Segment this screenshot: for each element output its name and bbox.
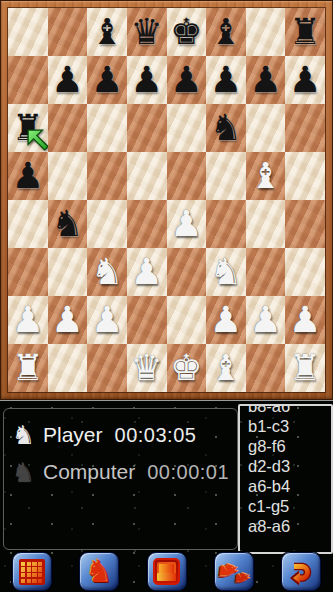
square-f4[interactable] xyxy=(206,200,246,248)
undo-arrow-icon xyxy=(287,558,315,586)
piece-black-pawn: ♟ xyxy=(289,62,321,98)
piece-white-bishop: ♝ xyxy=(249,158,281,194)
square-e2[interactable] xyxy=(167,296,207,344)
piece-white-rook: ♜ xyxy=(12,350,44,386)
square-a7[interactable] xyxy=(8,56,48,104)
last-move-arrow-icon xyxy=(27,129,49,151)
clocks-box: ♞ Player 00:03:05 ♞ Computer 00:00:01 xyxy=(3,408,238,550)
piece-black-queen: ♛ xyxy=(131,14,163,50)
move-entry: a6-b4 xyxy=(248,476,331,496)
square-d3[interactable]: ♟ xyxy=(127,248,167,296)
square-a3[interactable] xyxy=(8,248,48,296)
square-a5[interactable]: ♟ xyxy=(8,152,48,200)
square-a4[interactable] xyxy=(8,200,48,248)
player-time: 00:03:05 xyxy=(115,424,197,447)
piece-black-knight: ♞ xyxy=(51,206,83,242)
square-c4[interactable] xyxy=(87,200,127,248)
square-b4[interactable]: ♞ xyxy=(48,200,88,248)
square-a1[interactable]: ♜ xyxy=(8,344,48,392)
square-g3[interactable] xyxy=(246,248,286,296)
square-h6[interactable] xyxy=(285,104,325,152)
computer-time: 00:00:01 xyxy=(147,461,229,484)
square-a6[interactable]: ♜ xyxy=(8,104,48,152)
square-g4[interactable] xyxy=(246,200,286,248)
move-list[interactable]: b8-a6b1-c3g8-f6d2-d3a6-b4c1-g5a8-a6 xyxy=(238,404,333,554)
piece-white-pawn: ♟ xyxy=(289,302,321,338)
square-b2[interactable]: ♟ xyxy=(48,296,88,344)
computer-clock-row: ♞ Computer 00:00:01 xyxy=(4,456,237,488)
square-c2[interactable]: ♟ xyxy=(87,296,127,344)
monitor-button[interactable] xyxy=(147,552,187,591)
piece-black-pawn: ♟ xyxy=(51,62,83,98)
square-c5[interactable] xyxy=(87,152,127,200)
square-g5[interactable]: ♝ xyxy=(246,152,286,200)
piece-white-rook: ♜ xyxy=(289,350,321,386)
piece-white-pawn: ♟ xyxy=(131,254,163,290)
dark-knight-icon: ♞ xyxy=(10,459,37,485)
move-entry: c1-g5 xyxy=(248,496,331,516)
square-c3[interactable]: ♞ xyxy=(87,248,127,296)
square-f8[interactable]: ♝ xyxy=(206,8,246,56)
monitor-icon xyxy=(153,558,180,585)
undo-button[interactable] xyxy=(281,552,321,591)
square-g1[interactable] xyxy=(246,344,286,392)
computer-label: Computer xyxy=(43,460,135,484)
square-b6[interactable] xyxy=(48,104,88,152)
piece-white-king: ♚ xyxy=(170,350,202,386)
white-knight-icon: ♞ xyxy=(10,422,37,448)
square-c7[interactable]: ♟ xyxy=(87,56,127,104)
board-grid: ♝♛♚♝♜♟♟♟♟♟♟♟♜♞♟♝♞♟♞♟♞♟♟♟♟♟♟♜♛♚♝♜ xyxy=(8,8,325,392)
square-e1[interactable]: ♚ xyxy=(167,344,207,392)
square-f7[interactable]: ♟ xyxy=(206,56,246,104)
square-e8[interactable]: ♚ xyxy=(167,8,207,56)
chess-app: ♝♛♚♝♜♟♟♟♟♟♟♟♜♞♟♝♞♟♞♟♞♟♟♟♟♟♟♜♛♚♝♜ ♞ Playe… xyxy=(0,0,333,592)
move-entry: a8-a6 xyxy=(248,516,331,536)
square-f2[interactable]: ♟ xyxy=(206,296,246,344)
toolbar: ♞ ♞♞ xyxy=(0,551,333,592)
piece-black-pawn: ♟ xyxy=(170,62,202,98)
square-a2[interactable]: ♟ xyxy=(8,296,48,344)
square-a8[interactable] xyxy=(8,8,48,56)
piece-white-knight: ♞ xyxy=(91,254,123,290)
board-grid-button[interactable] xyxy=(12,552,52,591)
square-f6[interactable]: ♞ xyxy=(206,104,246,152)
piece-white-pawn: ♟ xyxy=(91,302,123,338)
piece-white-pawn: ♟ xyxy=(170,206,202,242)
piece-black-pawn: ♟ xyxy=(131,62,163,98)
square-e7[interactable]: ♟ xyxy=(167,56,207,104)
piece-black-pawn: ♟ xyxy=(91,62,123,98)
square-e5[interactable] xyxy=(167,152,207,200)
square-h7[interactable]: ♟ xyxy=(285,56,325,104)
piece-black-pawn: ♟ xyxy=(12,158,44,194)
piece-white-bishop: ♝ xyxy=(210,350,242,386)
square-b8[interactable] xyxy=(48,8,88,56)
piece-black-king: ♚ xyxy=(170,14,202,50)
square-d6[interactable] xyxy=(127,104,167,152)
knights-pair-button[interactable]: ♞♞ xyxy=(214,552,254,591)
square-h4[interactable] xyxy=(285,200,325,248)
square-d8[interactable]: ♛ xyxy=(127,8,167,56)
piece-black-bishop: ♝ xyxy=(210,14,242,50)
knight-button[interactable]: ♞ xyxy=(79,552,119,591)
piece-white-knight: ♞ xyxy=(210,254,242,290)
square-d4[interactable] xyxy=(127,200,167,248)
square-c8[interactable]: ♝ xyxy=(87,8,127,56)
square-e3[interactable] xyxy=(167,248,207,296)
square-d2[interactable] xyxy=(127,296,167,344)
piece-black-rook: ♜ xyxy=(289,14,321,50)
lying-knights-icon: ♞♞ xyxy=(219,558,249,586)
square-h8[interactable]: ♜ xyxy=(285,8,325,56)
square-h2[interactable]: ♟ xyxy=(285,296,325,344)
move-entry: d2-d3 xyxy=(248,456,331,476)
square-b5[interactable] xyxy=(48,152,88,200)
square-g2[interactable]: ♟ xyxy=(246,296,286,344)
move-entry: g8-f6 xyxy=(248,436,331,456)
square-g8[interactable] xyxy=(246,8,286,56)
square-g6[interactable] xyxy=(246,104,286,152)
square-d7[interactable]: ♟ xyxy=(127,56,167,104)
piece-white-pawn: ♟ xyxy=(51,302,83,338)
move-list-entries: b8-a6b1-c3g8-f6d2-d3a6-b4c1-g5a8-a6 xyxy=(240,404,331,536)
square-h5[interactable] xyxy=(285,152,325,200)
piece-white-pawn: ♟ xyxy=(12,302,44,338)
piece-black-pawn: ♟ xyxy=(249,62,281,98)
piece-black-bishop: ♝ xyxy=(91,14,123,50)
square-h3[interactable] xyxy=(285,248,325,296)
piece-black-knight: ♞ xyxy=(210,110,242,146)
piece-white-queen: ♛ xyxy=(131,350,163,386)
knight-icon: ♞ xyxy=(85,556,113,587)
player-clock-row: ♞ Player 00:03:05 xyxy=(4,419,237,451)
square-e4[interactable]: ♟ xyxy=(167,200,207,248)
square-c1[interactable] xyxy=(87,344,127,392)
player-label: Player xyxy=(43,423,103,447)
move-entry: b1-c3 xyxy=(248,416,331,436)
piece-white-pawn: ♟ xyxy=(249,302,281,338)
square-c6[interactable] xyxy=(87,104,127,152)
square-d1[interactable]: ♛ xyxy=(127,344,167,392)
square-b1[interactable] xyxy=(48,344,88,392)
square-f1[interactable]: ♝ xyxy=(206,344,246,392)
piece-white-pawn: ♟ xyxy=(210,302,242,338)
grid-icon xyxy=(19,559,45,585)
square-b7[interactable]: ♟ xyxy=(48,56,88,104)
square-d5[interactable] xyxy=(127,152,167,200)
square-f3[interactable]: ♞ xyxy=(206,248,246,296)
square-e6[interactable] xyxy=(167,104,207,152)
square-g7[interactable]: ♟ xyxy=(246,56,286,104)
square-f5[interactable] xyxy=(206,152,246,200)
chess-board: ♝♛♚♝♜♟♟♟♟♟♟♟♜♞♟♝♞♟♞♟♞♟♟♟♟♟♟♜♛♚♝♜ xyxy=(0,0,333,400)
piece-black-pawn: ♟ xyxy=(210,62,242,98)
square-h1[interactable]: ♜ xyxy=(285,344,325,392)
move-entry: b8-a6 xyxy=(248,404,331,416)
square-b3[interactable] xyxy=(48,248,88,296)
